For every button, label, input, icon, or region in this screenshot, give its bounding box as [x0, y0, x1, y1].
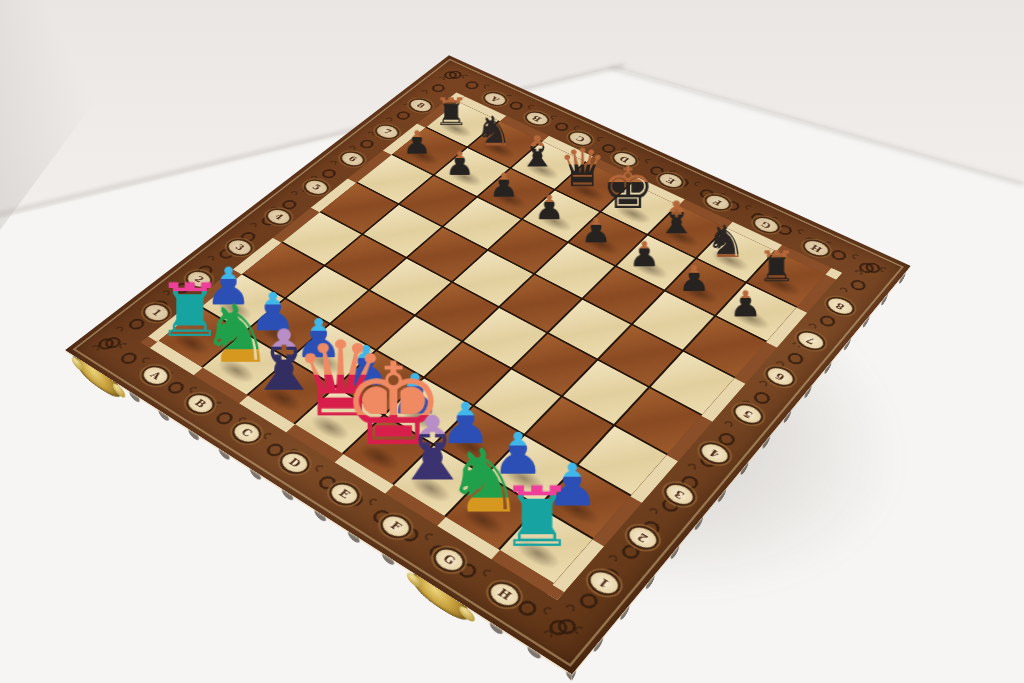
file-label-e-far-text: E [664, 176, 677, 186]
file-label-b-far-text: B [530, 114, 544, 123]
file-label-h-far-text: H [809, 242, 824, 253]
file-label-a-far-text: A [489, 95, 502, 104]
rank-label-6-far-text: 6 [346, 154, 359, 163]
file-label-c-far-text: C [574, 134, 587, 143]
rank-label-8-far-text: 8 [415, 101, 428, 109]
file-label-d-far-text: D [618, 154, 632, 164]
file-label-f-far-text: F [712, 197, 725, 207]
rank-label-4-far-text: 4 [272, 212, 286, 222]
photo-scene: AA11BB22CC33DD44EE55FF66GG77HH88 ♜♞♝♛♚♝♞… [0, 0, 1024, 683]
rank-label-7-far-text: 7 [381, 127, 394, 136]
file-label-g-far-text: G [759, 219, 773, 230]
rank-label-2-far-text: 2 [192, 274, 207, 285]
rank-label-5-far-text: 5 [310, 182, 324, 191]
rank-label-3-far-text: 3 [233, 242, 247, 252]
